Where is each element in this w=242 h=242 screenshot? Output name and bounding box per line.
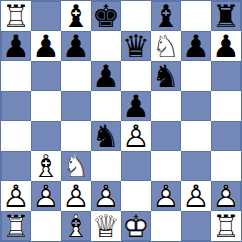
- square-b4[interactable]: [31, 121, 61, 151]
- square-a8[interactable]: ♜♖: [1, 1, 31, 31]
- black-queen-e7[interactable]: ♛: [121, 31, 151, 61]
- square-b5[interactable]: [31, 91, 61, 121]
- piece-outline-layer: ♖: [2, 1, 30, 31]
- white-knight-c3[interactable]: ♞♘: [61, 151, 91, 181]
- black-bishop-c8[interactable]: ♝: [61, 1, 91, 31]
- white-rook-a1[interactable]: ♜♖: [1, 211, 31, 241]
- square-c4[interactable]: [61, 121, 91, 151]
- square-e8[interactable]: [121, 1, 151, 31]
- square-a2[interactable]: ♟♙: [1, 181, 31, 211]
- piece-outline-layer: ♙: [32, 181, 60, 211]
- square-f4[interactable]: [151, 121, 181, 151]
- white-rook-a8[interactable]: ♜♖: [1, 1, 31, 31]
- white-queen-d1[interactable]: ♛♕: [91, 211, 121, 241]
- piece-solid-layer: ♜: [212, 1, 240, 31]
- white-pawn-f2[interactable]: ♟♙: [151, 181, 181, 211]
- square-b1[interactable]: [31, 211, 61, 241]
- square-a7[interactable]: ♟: [1, 31, 31, 61]
- white-pawn-c2[interactable]: ♟♙: [61, 181, 91, 211]
- square-d6[interactable]: ♟: [91, 61, 121, 91]
- square-e1[interactable]: ♚♔: [121, 211, 151, 241]
- piece-outline-layer: ♗: [32, 151, 60, 181]
- square-c1[interactable]: ♝♗: [61, 211, 91, 241]
- piece-solid-layer: ♟: [122, 91, 150, 121]
- black-pawn-g7[interactable]: ♟: [181, 31, 211, 61]
- square-c3[interactable]: ♞♘: [61, 151, 91, 181]
- square-g2[interactable]: ♟♙: [181, 181, 211, 211]
- black-bishop-f8[interactable]: ♝: [151, 1, 181, 31]
- piece-outline-layer: ♘: [152, 31, 180, 61]
- square-h1[interactable]: ♜♖: [211, 211, 241, 241]
- black-king-d8[interactable]: ♚: [91, 1, 121, 31]
- square-a6[interactable]: [1, 61, 31, 91]
- square-b6[interactable]: [31, 61, 61, 91]
- square-a3[interactable]: [1, 151, 31, 181]
- piece-solid-layer: ♞: [152, 61, 180, 91]
- square-a4[interactable]: [1, 121, 31, 151]
- square-h4[interactable]: [211, 121, 241, 151]
- square-b8[interactable]: [31, 1, 61, 31]
- square-f7[interactable]: ♞♘: [151, 31, 181, 61]
- square-h3[interactable]: [211, 151, 241, 181]
- square-h5[interactable]: [211, 91, 241, 121]
- piece-solid-layer: ♟: [92, 61, 120, 91]
- white-rook-h1[interactable]: ♜♖: [211, 211, 241, 241]
- black-pawn-e5[interactable]: ♟: [121, 91, 151, 121]
- square-f8[interactable]: ♝: [151, 1, 181, 31]
- square-d3[interactable]: [91, 151, 121, 181]
- black-pawn-d6[interactable]: ♟: [91, 61, 121, 91]
- black-pawn-c7[interactable]: ♟: [61, 31, 91, 61]
- black-knight-f6[interactable]: ♞: [151, 61, 181, 91]
- chess-board: ♜♖♝♚♝♜♟♟♟♛♞♘♟♟♟♞♟♞♟♙♝♗♞♘♟♙♟♙♟♙♟♙♟♙♟♙♟♙♜♖…: [0, 0, 242, 242]
- square-h2[interactable]: ♟♙: [211, 181, 241, 211]
- white-pawn-b2[interactable]: ♟♙: [31, 181, 61, 211]
- square-e6[interactable]: [121, 61, 151, 91]
- square-b7[interactable]: ♟: [31, 31, 61, 61]
- square-b3[interactable]: ♝♗: [31, 151, 61, 181]
- square-c7[interactable]: ♟: [61, 31, 91, 61]
- square-d4[interactable]: ♞: [91, 121, 121, 151]
- square-a5[interactable]: [1, 91, 31, 121]
- square-e4[interactable]: ♟♙: [121, 121, 151, 151]
- black-pawn-b7[interactable]: ♟: [31, 31, 61, 61]
- white-bishop-c1[interactable]: ♝♗: [61, 211, 91, 241]
- piece-outline-layer: ♙: [92, 181, 120, 211]
- white-pawn-d2[interactable]: ♟♙: [91, 181, 121, 211]
- piece-outline-layer: ♙: [122, 121, 150, 151]
- square-d5[interactable]: [91, 91, 121, 121]
- square-e7[interactable]: ♛: [121, 31, 151, 61]
- square-f3[interactable]: [151, 151, 181, 181]
- white-pawn-g2[interactable]: ♟♙: [181, 181, 211, 211]
- square-f5[interactable]: [151, 91, 181, 121]
- square-d1[interactable]: ♛♕: [91, 211, 121, 241]
- square-c5[interactable]: [61, 91, 91, 121]
- piece-solid-layer: ♟: [32, 31, 60, 61]
- square-d8[interactable]: ♚: [91, 1, 121, 31]
- piece-solid-layer: ♟: [212, 31, 240, 61]
- square-h6[interactable]: [211, 61, 241, 91]
- square-c6[interactable]: [61, 61, 91, 91]
- square-f6[interactable]: ♞: [151, 61, 181, 91]
- piece-outline-layer: ♖: [2, 211, 30, 241]
- square-c2[interactable]: ♟♙: [61, 181, 91, 211]
- black-pawn-h7[interactable]: ♟: [211, 31, 241, 61]
- square-g3[interactable]: [181, 151, 211, 181]
- square-g4[interactable]: [181, 121, 211, 151]
- square-g8[interactable]: [181, 1, 211, 31]
- piece-solid-layer: ♟: [62, 31, 90, 61]
- square-g7[interactable]: ♟: [181, 31, 211, 61]
- black-pawn-a7[interactable]: ♟: [1, 31, 31, 61]
- piece-outline-layer: ♙: [2, 181, 30, 211]
- square-c8[interactable]: ♝: [61, 1, 91, 31]
- square-e2[interactable]: [121, 181, 151, 211]
- white-pawn-h2[interactable]: ♟♙: [211, 181, 241, 211]
- piece-solid-layer: ♚: [92, 1, 120, 31]
- square-a1[interactable]: ♜♖: [1, 211, 31, 241]
- white-bishop-b3[interactable]: ♝♗: [31, 151, 61, 181]
- piece-solid-layer: ♞: [92, 121, 120, 151]
- square-e3[interactable]: [121, 151, 151, 181]
- square-f2[interactable]: ♟♙: [151, 181, 181, 211]
- piece-solid-layer: ♟: [182, 31, 210, 61]
- piece-outline-layer: ♙: [212, 181, 240, 211]
- piece-outline-layer: ♙: [182, 181, 210, 211]
- piece-outline-layer: ♗: [62, 211, 90, 241]
- square-d7[interactable]: [91, 31, 121, 61]
- square-g6[interactable]: [181, 61, 211, 91]
- piece-outline-layer: ♕: [92, 211, 120, 241]
- square-f1[interactable]: [151, 211, 181, 241]
- piece-outline-layer: ♘: [62, 151, 90, 181]
- piece-outline-layer: ♖: [212, 211, 240, 241]
- square-d2[interactable]: ♟♙: [91, 181, 121, 211]
- square-b2[interactable]: ♟♙: [31, 181, 61, 211]
- piece-outline-layer: ♙: [152, 181, 180, 211]
- black-rook-h8[interactable]: ♜: [211, 1, 241, 31]
- piece-outline-layer: ♙: [62, 181, 90, 211]
- piece-solid-layer: ♝: [62, 1, 90, 31]
- white-knight-f7[interactable]: ♞♘: [151, 31, 181, 61]
- piece-solid-layer: ♝: [152, 1, 180, 31]
- square-e5[interactable]: ♟: [121, 91, 151, 121]
- piece-solid-layer: ♛: [122, 31, 150, 61]
- square-h8[interactable]: ♜: [211, 1, 241, 31]
- square-g1[interactable]: [181, 211, 211, 241]
- piece-outline-layer: ♔: [122, 211, 150, 241]
- white-pawn-e4[interactable]: ♟♙: [121, 121, 151, 151]
- white-king-e1[interactable]: ♚♔: [121, 211, 151, 241]
- white-pawn-a2[interactable]: ♟♙: [1, 181, 31, 211]
- black-knight-d4[interactable]: ♞: [91, 121, 121, 151]
- square-h7[interactable]: ♟: [211, 31, 241, 61]
- piece-solid-layer: ♟: [2, 31, 30, 61]
- square-g5[interactable]: [181, 91, 211, 121]
